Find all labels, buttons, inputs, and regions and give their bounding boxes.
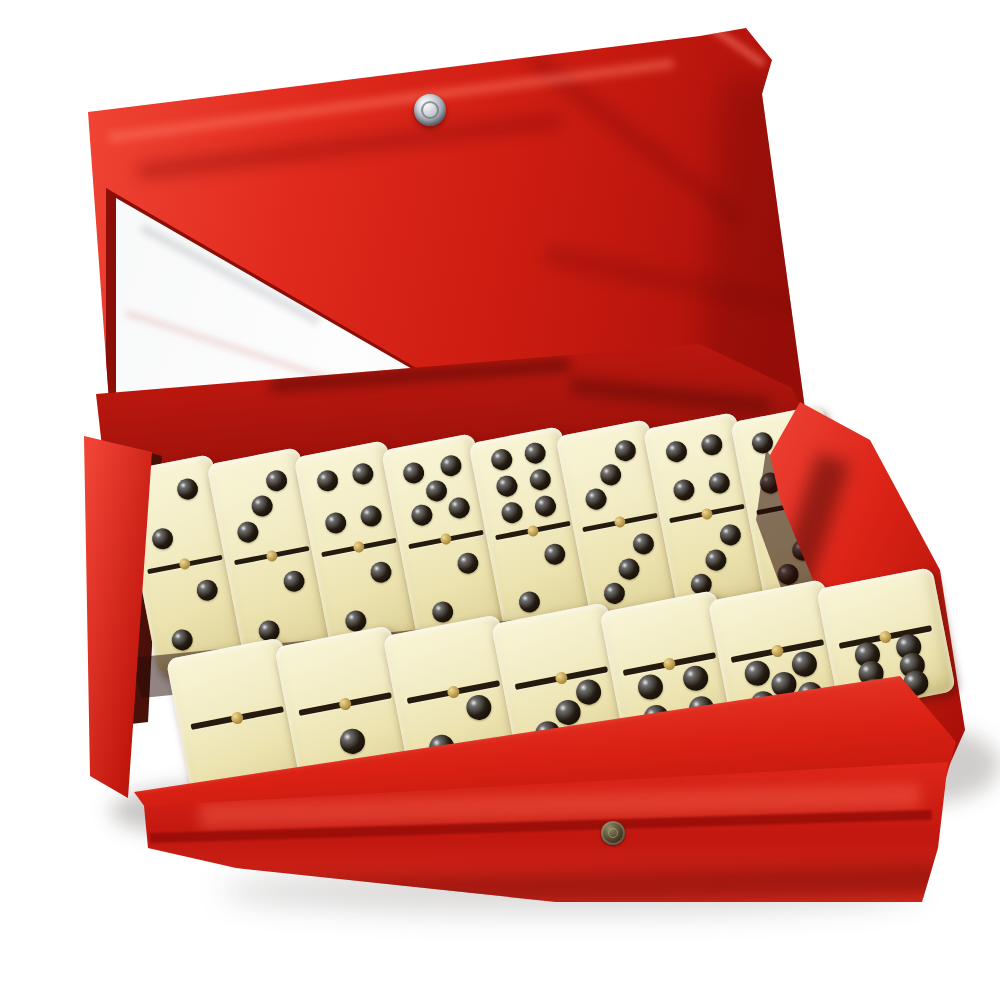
pip bbox=[528, 467, 553, 492]
pip bbox=[672, 478, 697, 503]
domino-case-photo bbox=[0, 0, 1000, 1000]
pip bbox=[700, 432, 725, 457]
pip bbox=[533, 494, 558, 519]
pip bbox=[447, 496, 472, 521]
pip bbox=[170, 628, 195, 653]
pip bbox=[464, 693, 493, 722]
tile-half bbox=[174, 644, 287, 718]
pip bbox=[282, 568, 307, 593]
spinner-pin bbox=[265, 549, 278, 562]
pip bbox=[424, 478, 449, 503]
lid-snap-button-ring bbox=[421, 101, 439, 119]
pip bbox=[250, 493, 275, 518]
pip bbox=[664, 439, 689, 464]
pip bbox=[631, 531, 656, 556]
pip bbox=[401, 460, 426, 485]
pip bbox=[235, 519, 260, 544]
pip bbox=[704, 547, 729, 572]
pip bbox=[410, 503, 435, 528]
pip bbox=[439, 453, 464, 478]
pip bbox=[554, 698, 583, 727]
pip bbox=[743, 659, 772, 688]
spinner-pin bbox=[613, 515, 626, 528]
pip bbox=[176, 477, 201, 502]
pip bbox=[707, 471, 732, 496]
pip bbox=[517, 590, 542, 615]
pip bbox=[323, 510, 348, 535]
pip bbox=[195, 577, 220, 602]
pip bbox=[613, 438, 638, 463]
pip bbox=[359, 503, 384, 528]
pip bbox=[522, 441, 547, 466]
pip bbox=[369, 560, 394, 585]
pip bbox=[315, 469, 340, 494]
pip bbox=[790, 650, 819, 679]
flap-snap-rivet-ring bbox=[608, 828, 618, 838]
spinner-pin bbox=[439, 532, 452, 545]
window-reflection bbox=[140, 224, 321, 326]
pip bbox=[750, 430, 775, 455]
pip bbox=[617, 556, 642, 581]
pip bbox=[456, 550, 481, 575]
lid-highlight bbox=[704, 21, 766, 68]
pip bbox=[495, 474, 520, 499]
pip bbox=[490, 447, 515, 472]
lid-snap-button bbox=[414, 94, 446, 126]
pip bbox=[500, 500, 525, 525]
pip bbox=[681, 664, 710, 693]
pip bbox=[574, 678, 603, 707]
pip bbox=[430, 599, 455, 624]
pip bbox=[636, 673, 665, 702]
lid-fold bbox=[541, 243, 849, 329]
spinner-pin bbox=[178, 558, 191, 571]
pip bbox=[338, 727, 367, 756]
pip bbox=[351, 462, 376, 487]
pip bbox=[598, 462, 623, 487]
pip bbox=[264, 468, 289, 493]
pip bbox=[718, 523, 743, 548]
pip bbox=[602, 581, 627, 606]
pip bbox=[150, 526, 175, 551]
inner-back-fold bbox=[570, 378, 771, 415]
pip bbox=[584, 487, 609, 512]
pip bbox=[543, 542, 568, 567]
flap-snap-rivet bbox=[601, 821, 625, 845]
